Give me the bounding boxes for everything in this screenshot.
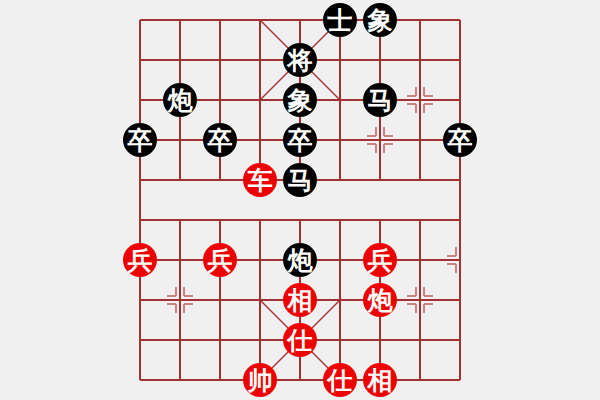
piece-black-pawn[interactable]: 卒 [203,123,237,157]
piece-black-pawn[interactable]: 卒 [123,123,157,157]
piece-black-horse[interactable]: 马 [363,83,397,117]
piece-red-elephant[interactable]: 相 [363,363,397,397]
piece-black-pawn[interactable]: 卒 [283,123,317,157]
piece-black-cannon[interactable]: 炮 [163,83,197,117]
piece-red-chariot[interactable]: 车 [243,163,277,197]
piece-red-advisor[interactable]: 仕 [283,323,317,357]
piece-black-cannon[interactable]: 炮 [283,243,317,277]
piece-red-pawn[interactable]: 兵 [123,243,157,277]
piece-black-elephant[interactable]: 象 [283,83,317,117]
piece-layer[interactable]: 士象将炮象马卒卒卒卒马炮车兵兵兵相炮仕帅仕相 [120,0,480,400]
piece-red-cannon[interactable]: 炮 [363,283,397,317]
piece-black-pawn[interactable]: 卒 [443,123,477,157]
xiangqi-app: 士象将炮象马卒卒卒卒马炮车兵兵兵相炮仕帅仕相 [0,0,600,400]
piece-black-elephant[interactable]: 象 [363,3,397,37]
piece-red-pawn[interactable]: 兵 [203,243,237,277]
piece-red-elephant[interactable]: 相 [283,283,317,317]
piece-black-general[interactable]: 将 [283,43,317,77]
piece-red-advisor[interactable]: 仕 [323,363,357,397]
piece-black-horse[interactable]: 马 [283,163,317,197]
piece-red-pawn[interactable]: 兵 [363,243,397,277]
piece-black-advisor[interactable]: 士 [323,3,357,37]
piece-red-general[interactable]: 帅 [243,363,277,397]
